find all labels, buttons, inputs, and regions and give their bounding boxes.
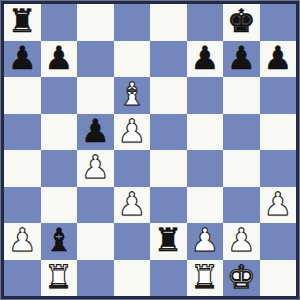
square-a3[interactable] [4, 187, 41, 224]
white-bishop[interactable]: ♝ [117, 77, 146, 112]
square-b2[interactable]: ♝ [41, 223, 78, 260]
square-d8[interactable] [114, 4, 151, 41]
black-rook[interactable]: ♜ [154, 223, 183, 258]
square-a2[interactable]: ♟ [4, 223, 41, 260]
chess-board-frame: ♜♚♟♟♟♟♟♝♟♟♟♟♟♟♝♜♟♟♜♜♚ [0, 0, 300, 300]
black-pawn[interactable]: ♟ [8, 41, 37, 76]
square-c2[interactable] [77, 223, 114, 260]
square-g8[interactable]: ♚ [223, 4, 260, 41]
square-g6[interactable] [223, 77, 260, 114]
square-e6[interactable] [150, 77, 187, 114]
white-pawn[interactable]: ♟ [117, 187, 146, 222]
square-d1[interactable] [114, 260, 151, 297]
square-f4[interactable] [187, 150, 224, 187]
square-d7[interactable] [114, 41, 151, 78]
black-pawn[interactable]: ♟ [190, 41, 219, 76]
square-b3[interactable] [41, 187, 78, 224]
square-c3[interactable] [77, 187, 114, 224]
square-a6[interactable] [4, 77, 41, 114]
square-c6[interactable] [77, 77, 114, 114]
square-d6[interactable]: ♝ [114, 77, 151, 114]
square-g3[interactable] [223, 187, 260, 224]
chess-board: ♜♚♟♟♟♟♟♝♟♟♟♟♟♟♝♜♟♟♜♜♚ [4, 4, 296, 296]
square-g1[interactable]: ♚ [223, 260, 260, 297]
square-c1[interactable] [77, 260, 114, 297]
square-h4[interactable] [260, 150, 297, 187]
white-pawn[interactable]: ♟ [190, 223, 219, 258]
white-pawn[interactable]: ♟ [117, 114, 146, 149]
square-f3[interactable] [187, 187, 224, 224]
square-h1[interactable] [260, 260, 297, 297]
white-pawn[interactable]: ♟ [263, 187, 292, 222]
black-bishop[interactable]: ♝ [44, 223, 73, 258]
black-rook[interactable]: ♜ [8, 4, 37, 39]
square-f5[interactable] [187, 114, 224, 151]
black-pawn[interactable]: ♟ [81, 114, 110, 149]
white-rook[interactable]: ♜ [44, 260, 73, 295]
square-e2[interactable]: ♜ [150, 223, 187, 260]
square-e1[interactable] [150, 260, 187, 297]
square-h3[interactable]: ♟ [260, 187, 297, 224]
square-b8[interactable] [41, 4, 78, 41]
square-e3[interactable] [150, 187, 187, 224]
square-b7[interactable]: ♟ [41, 41, 78, 78]
square-g5[interactable] [223, 114, 260, 151]
black-pawn[interactable]: ♟ [263, 41, 292, 76]
black-pawn[interactable]: ♟ [227, 41, 256, 76]
square-e5[interactable] [150, 114, 187, 151]
black-pawn[interactable]: ♟ [44, 41, 73, 76]
square-h7[interactable]: ♟ [260, 41, 297, 78]
square-d4[interactable] [114, 150, 151, 187]
square-c7[interactable] [77, 41, 114, 78]
square-h5[interactable] [260, 114, 297, 151]
square-g4[interactable] [223, 150, 260, 187]
square-f7[interactable]: ♟ [187, 41, 224, 78]
black-king[interactable]: ♚ [227, 4, 256, 39]
square-b1[interactable]: ♜ [41, 260, 78, 297]
white-pawn[interactable]: ♟ [81, 150, 110, 185]
square-d2[interactable] [114, 223, 151, 260]
square-g7[interactable]: ♟ [223, 41, 260, 78]
square-a7[interactable]: ♟ [4, 41, 41, 78]
square-c5[interactable]: ♟ [77, 114, 114, 151]
square-f2[interactable]: ♟ [187, 223, 224, 260]
square-h6[interactable] [260, 77, 297, 114]
square-e8[interactable] [150, 4, 187, 41]
square-b4[interactable] [41, 150, 78, 187]
square-e7[interactable] [150, 41, 187, 78]
square-b5[interactable] [41, 114, 78, 151]
square-b6[interactable] [41, 77, 78, 114]
square-f8[interactable] [187, 4, 224, 41]
square-d3[interactable]: ♟ [114, 187, 151, 224]
square-a8[interactable]: ♜ [4, 4, 41, 41]
square-a5[interactable] [4, 114, 41, 151]
square-c4[interactable]: ♟ [77, 150, 114, 187]
square-c8[interactable] [77, 4, 114, 41]
square-h8[interactable] [260, 4, 297, 41]
square-a4[interactable] [4, 150, 41, 187]
white-pawn[interactable]: ♟ [8, 223, 37, 258]
square-a1[interactable] [4, 260, 41, 297]
white-king[interactable]: ♚ [227, 260, 256, 295]
white-rook[interactable]: ♜ [190, 260, 219, 295]
square-f6[interactable] [187, 77, 224, 114]
square-h2[interactable] [260, 223, 297, 260]
square-d5[interactable]: ♟ [114, 114, 151, 151]
square-e4[interactable] [150, 150, 187, 187]
square-f1[interactable]: ♜ [187, 260, 224, 297]
white-pawn[interactable]: ♟ [227, 223, 256, 258]
square-g2[interactable]: ♟ [223, 223, 260, 260]
